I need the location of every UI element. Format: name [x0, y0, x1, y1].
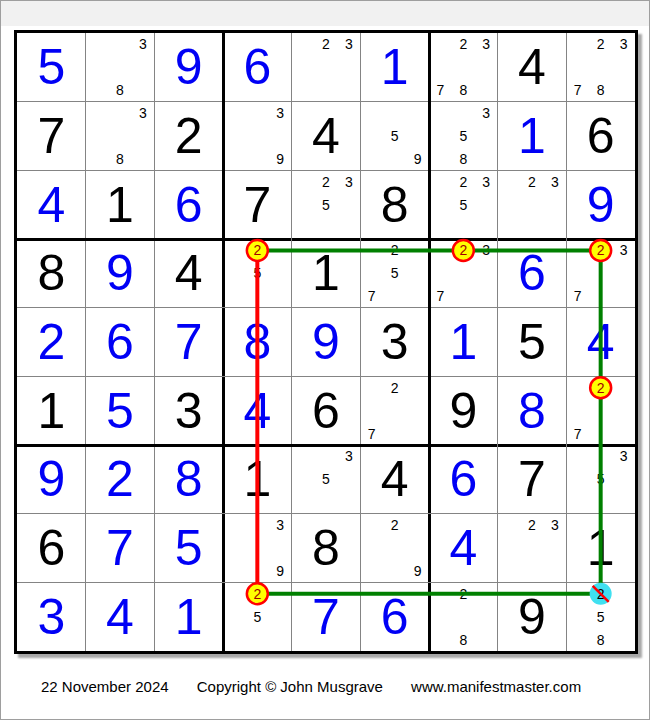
- cell-r4c4[interactable]: 5: [223, 239, 292, 308]
- cell-r4c2[interactable]: 9: [86, 239, 155, 308]
- cell-r9c3[interactable]: 1: [154, 582, 223, 651]
- cell-r4c5[interactable]: 1: [292, 239, 361, 308]
- cell-r6c2[interactable]: 5: [86, 376, 155, 445]
- cell-r2c9[interactable]: 6: [566, 102, 635, 171]
- given-digit: 8: [292, 514, 361, 583]
- cell-r9c1[interactable]: 3: [17, 582, 86, 651]
- cell-border-vertical: [360, 33, 361, 651]
- candidate-7: 7: [360, 285, 383, 308]
- box-border-horizontal: [17, 238, 635, 241]
- candidate-7: 7: [429, 79, 452, 102]
- cell-r4c1[interactable]: 8: [17, 239, 86, 308]
- footer: 22 November 2024 Copyright © John Musgra…: [41, 678, 581, 695]
- given-digit: 6: [17, 514, 86, 583]
- cell-r6c6[interactable]: 27: [360, 376, 429, 445]
- cell-r8c8[interactable]: 23: [498, 514, 567, 583]
- cell-border-vertical: [497, 33, 498, 651]
- cell-r6c1[interactable]: 1: [17, 376, 86, 445]
- solved-digit: 6: [154, 170, 223, 239]
- cell-r5c1[interactable]: 2: [17, 308, 86, 377]
- solved-digit: 5: [154, 514, 223, 583]
- candidate-8: 8: [589, 79, 612, 102]
- given-digit: 1: [223, 445, 292, 514]
- candidate-2: 2: [383, 239, 406, 262]
- solved-digit: 4: [86, 582, 155, 651]
- cell-r4c8[interactable]: 6: [498, 239, 567, 308]
- cell-r9c6[interactable]: 6: [360, 582, 429, 651]
- cell-r8c2[interactable]: 7: [86, 514, 155, 583]
- given-digit: 6: [292, 376, 361, 445]
- given-digit: 9: [498, 582, 567, 651]
- cell-r6c9[interactable]: 7: [566, 376, 635, 445]
- cell-border-vertical: [154, 33, 155, 651]
- candidate-9: 9: [269, 147, 292, 170]
- given-digit: 8: [17, 239, 86, 308]
- given-digit: 4: [292, 102, 361, 171]
- candidate-5: 5: [383, 262, 406, 285]
- candidate-5: 5: [589, 605, 612, 628]
- given-digit: 1: [566, 514, 635, 583]
- candidate-3: 3: [337, 445, 360, 468]
- solved-digit: 1: [429, 308, 498, 377]
- cell-border-horizontal: [17, 101, 635, 102]
- given-digit: 2: [154, 102, 223, 171]
- solved-digit: 1: [498, 102, 567, 171]
- solved-digit: 2: [17, 308, 86, 377]
- page: 5389623123784237873823945935816416723582…: [0, 0, 650, 720]
- cell-r8c1[interactable]: 6: [17, 514, 86, 583]
- cell-r3c4[interactable]: 7: [223, 170, 292, 239]
- candidate-5: 5: [246, 262, 269, 285]
- sudoku-board: 5389623123784237873823945935816416723582…: [14, 30, 638, 654]
- cell-r7c6[interactable]: 4: [360, 445, 429, 514]
- given-digit: 7: [17, 102, 86, 171]
- footer-website-link[interactable]: www.manifestmaster.com: [411, 678, 581, 695]
- candidate-2: 2: [383, 376, 406, 399]
- footer-copyright: Copyright © John Musgrave: [197, 678, 383, 695]
- cell-r8c4[interactable]: 39: [223, 514, 292, 583]
- box-border-vertical: [222, 33, 225, 651]
- cell-r3c1[interactable]: 4: [17, 170, 86, 239]
- cell-r5c7[interactable]: 1: [429, 308, 498, 377]
- cell-r7c9[interactable]: 35: [566, 445, 635, 514]
- candidate-3: 3: [475, 239, 498, 262]
- cell-border-horizontal: [17, 376, 635, 377]
- cell-r6c5[interactable]: 6: [292, 376, 361, 445]
- solved-digit: 1: [360, 33, 429, 102]
- given-digit: 7: [498, 445, 567, 514]
- cell-r8c6[interactable]: 29: [360, 514, 429, 583]
- cell-r4c6[interactable]: 257: [360, 239, 429, 308]
- cell-r3c9[interactable]: 9: [566, 170, 635, 239]
- given-digit: 5: [498, 308, 567, 377]
- candidate-8: 8: [109, 79, 132, 102]
- solved-digit: 4: [566, 308, 635, 377]
- cell-r5c2[interactable]: 6: [86, 308, 155, 377]
- solved-digit: 7: [292, 582, 361, 651]
- cell-r2c3[interactable]: 2: [154, 102, 223, 171]
- cell-r3c3[interactable]: 6: [154, 170, 223, 239]
- cell-r7c2[interactable]: 2: [86, 445, 155, 514]
- cell-border-vertical: [85, 33, 86, 651]
- given-digit: 6: [566, 102, 635, 171]
- cell-r2c2[interactable]: 38: [86, 102, 155, 171]
- given-digit: 1: [86, 170, 155, 239]
- candidate-3: 3: [475, 170, 498, 193]
- candidate-2: 2: [315, 170, 338, 193]
- cell-r6c7[interactable]: 9: [429, 376, 498, 445]
- candidate-8: 8: [452, 147, 475, 170]
- cell-r6c3[interactable]: 3: [154, 376, 223, 445]
- candidate-7: 7: [566, 422, 589, 445]
- cell-r1c7[interactable]: 2378: [429, 33, 498, 102]
- cell-r9c7[interactable]: 28: [429, 582, 498, 651]
- candidate-5: 5: [246, 605, 269, 628]
- candidate-3: 3: [612, 239, 635, 262]
- cell-r1c2[interactable]: 38: [86, 33, 155, 102]
- cell-r9c2[interactable]: 4: [86, 582, 155, 651]
- box-border-vertical: [428, 33, 431, 651]
- given-digit: 4: [498, 33, 567, 102]
- cell-border-vertical: [291, 33, 292, 651]
- cell-r3c5[interactable]: 235: [292, 170, 361, 239]
- candidate-5: 5: [452, 193, 475, 216]
- cell-r4c9[interactable]: 37: [566, 239, 635, 308]
- solved-digit: 8: [223, 308, 292, 377]
- solved-digit: 4: [223, 376, 292, 445]
- cell-r5c5[interactable]: 9: [292, 308, 361, 377]
- cell-r8c5[interactable]: 8: [292, 514, 361, 583]
- solved-digit: 7: [86, 514, 155, 583]
- solved-digit: 6: [429, 445, 498, 514]
- footer-date: 22 November 2024: [41, 678, 169, 695]
- candidate-3: 3: [337, 170, 360, 193]
- cell-r5c4[interactable]: 8: [223, 308, 292, 377]
- cell-r6c4[interactable]: 4: [223, 376, 292, 445]
- cell-r9c5[interactable]: 7: [292, 582, 361, 651]
- cell-r2c8[interactable]: 1: [498, 102, 567, 171]
- cell-r7c7[interactable]: 6: [429, 445, 498, 514]
- candidate-7: 7: [566, 79, 589, 102]
- candidate-7: 7: [429, 285, 452, 308]
- cell-r2c4[interactable]: 39: [223, 102, 292, 171]
- cell-border-horizontal: [17, 513, 635, 514]
- candidate-2: 2: [521, 170, 544, 193]
- solved-digit: 9: [566, 170, 635, 239]
- candidate-5: 5: [383, 125, 406, 148]
- solved-digit: 9: [86, 239, 155, 308]
- candidate-2: 2: [521, 514, 544, 537]
- given-digit: 3: [360, 308, 429, 377]
- candidate-9: 9: [406, 559, 429, 582]
- given-digit: 7: [223, 170, 292, 239]
- candidate-9: 9: [269, 559, 292, 582]
- candidate-3: 3: [475, 102, 498, 125]
- candidate-7: 7: [360, 422, 383, 445]
- cell-r9c8[interactable]: 9: [498, 582, 567, 651]
- candidate-3: 3: [269, 102, 292, 125]
- candidate-3: 3: [612, 445, 635, 468]
- cell-r4c3[interactable]: 4: [154, 239, 223, 308]
- given-digit: 4: [360, 445, 429, 514]
- candidate-3: 3: [131, 33, 154, 56]
- candidate-2: 2: [452, 582, 475, 605]
- candidate-2: 2: [452, 170, 475, 193]
- candidate-9: 9: [406, 147, 429, 170]
- solved-digit: 8: [498, 376, 567, 445]
- cell-border-horizontal: [17, 307, 635, 308]
- cell-r9c4[interactable]: 5: [223, 582, 292, 651]
- cell-r1c1[interactable]: 5: [17, 33, 86, 102]
- candidate-5: 5: [315, 468, 338, 491]
- solved-digit: 2: [86, 445, 155, 514]
- cell-r7c3[interactable]: 8: [154, 445, 223, 514]
- cell-r1c9[interactable]: 2378: [566, 33, 635, 102]
- cell-r7c4[interactable]: 1: [223, 445, 292, 514]
- candidate-2: 2: [315, 33, 338, 56]
- solved-digit: 9: [17, 445, 86, 514]
- cell-r1c3[interactable]: 9: [154, 33, 223, 102]
- solved-digit: 6: [498, 239, 567, 308]
- given-digit: 1: [17, 376, 86, 445]
- solved-digit: 9: [292, 308, 361, 377]
- given-digit: 9: [429, 376, 498, 445]
- solved-digit: 3: [17, 582, 86, 651]
- candidate-3: 3: [131, 102, 154, 125]
- solved-digit: 6: [223, 33, 292, 102]
- candidate-8: 8: [452, 79, 475, 102]
- given-digit: 8: [360, 170, 429, 239]
- solved-digit: 5: [17, 33, 86, 102]
- cell-r1c6[interactable]: 1: [360, 33, 429, 102]
- candidate-3: 3: [475, 33, 498, 56]
- cell-r2c1[interactable]: 7: [17, 102, 86, 171]
- cell-r6c8[interactable]: 8: [498, 376, 567, 445]
- solved-digit: 8: [154, 445, 223, 514]
- cell-r3c2[interactable]: 1: [86, 170, 155, 239]
- solved-digit: 6: [86, 308, 155, 377]
- candidate-5: 5: [315, 193, 338, 216]
- solved-digit: 4: [17, 170, 86, 239]
- cell-r8c3[interactable]: 5: [154, 514, 223, 583]
- candidate-5: 5: [589, 468, 612, 491]
- solved-digit: 9: [154, 33, 223, 102]
- candidate-3: 3: [543, 514, 566, 537]
- cell-r2c6[interactable]: 59: [360, 102, 429, 171]
- cell-r5c6[interactable]: 3: [360, 308, 429, 377]
- candidate-2: 2: [589, 33, 612, 56]
- candidate-8: 8: [452, 628, 475, 651]
- cell-r2c5[interactable]: 4: [292, 102, 361, 171]
- solved-digit: 4: [429, 514, 498, 583]
- cell-r3c6[interactable]: 8: [360, 170, 429, 239]
- candidate-2: 2: [452, 33, 475, 56]
- window-top-strip: [1, 1, 649, 26]
- candidate-8: 8: [589, 628, 612, 651]
- cell-r4c7[interactable]: 37: [429, 239, 498, 308]
- cell-r1c4[interactable]: 6: [223, 33, 292, 102]
- cell-r5c8[interactable]: 5: [498, 308, 567, 377]
- cell-r5c3[interactable]: 7: [154, 308, 223, 377]
- cell-r7c5[interactable]: 35: [292, 445, 361, 514]
- cell-r8c9[interactable]: 1: [566, 514, 635, 583]
- solved-digit: 7: [154, 308, 223, 377]
- cell-r1c8[interactable]: 4: [498, 33, 567, 102]
- cell-r3c8[interactable]: 23: [498, 170, 567, 239]
- cell-r7c8[interactable]: 7: [498, 445, 567, 514]
- candidate-2: 2: [383, 514, 406, 537]
- candidate-3: 3: [269, 514, 292, 537]
- box-border-horizontal: [17, 444, 635, 447]
- cell-r7c1[interactable]: 9: [17, 445, 86, 514]
- given-digit: 4: [154, 239, 223, 308]
- cell-r8c7[interactable]: 4: [429, 514, 498, 583]
- cell-border-horizontal: [17, 582, 635, 583]
- cell-border-vertical: [566, 33, 567, 651]
- candidate-7: 7: [566, 285, 589, 308]
- candidate-8: 8: [109, 147, 132, 170]
- candidate-5: 5: [452, 125, 475, 148]
- solved-digit: 6: [360, 582, 429, 651]
- cell-r1c5[interactable]: 23: [292, 33, 361, 102]
- cell-r3c7[interactable]: 235: [429, 170, 498, 239]
- candidate-3: 3: [337, 33, 360, 56]
- given-digit: 3: [154, 376, 223, 445]
- cell-border-horizontal: [17, 170, 635, 171]
- candidate-3: 3: [612, 33, 635, 56]
- candidate-3: 3: [543, 170, 566, 193]
- solved-digit: 1: [154, 582, 223, 651]
- cell-r9c9[interactable]: 58: [566, 582, 635, 651]
- cell-r5c9[interactable]: 4: [566, 308, 635, 377]
- cell-r2c7[interactable]: 358: [429, 102, 498, 171]
- given-digit: 1: [292, 239, 361, 308]
- solved-digit: 5: [86, 376, 155, 445]
